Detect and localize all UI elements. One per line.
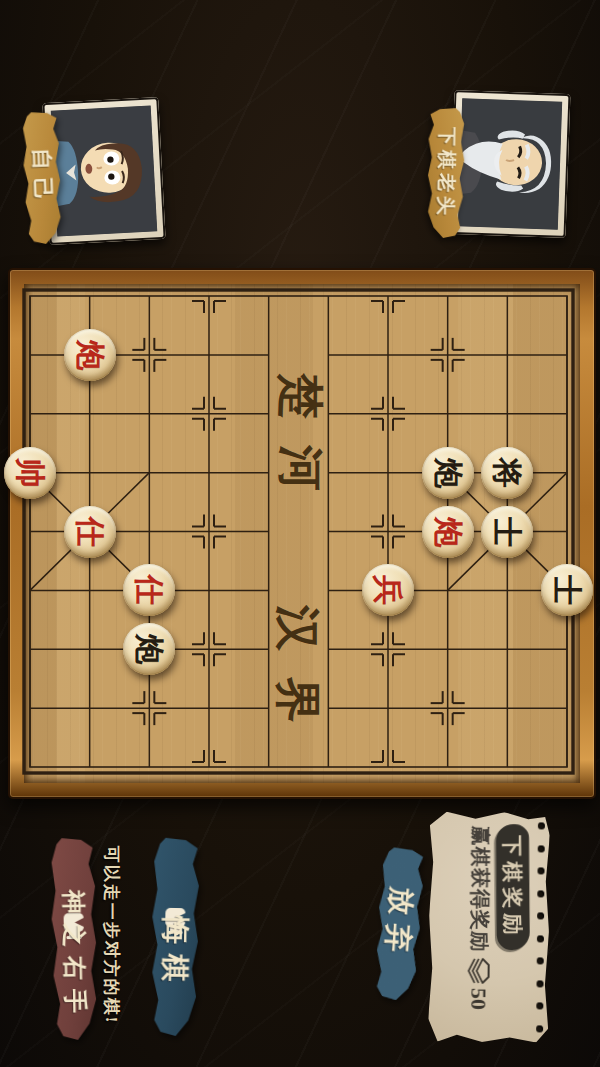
black-piece-将[interactable]: 将 bbox=[481, 447, 533, 499]
reward-note: 下棋奖励 赢棋获得奖励 50 bbox=[428, 811, 550, 1042]
torn-hole-dot bbox=[538, 822, 545, 829]
reward-title: 下棋奖励 bbox=[498, 835, 527, 939]
black-piece-士[interactable]: 士 bbox=[541, 564, 593, 616]
red-piece-兵[interactable]: 兵 bbox=[362, 564, 414, 616]
torn-hole-dot bbox=[538, 845, 545, 852]
player-name-self: 自己 bbox=[26, 147, 58, 208]
torn-hole-dot bbox=[537, 890, 544, 897]
red-piece-仕[interactable]: 仕 bbox=[123, 564, 175, 616]
black-piece-炮[interactable]: 炮 bbox=[123, 623, 175, 675]
piece-character: 兵 bbox=[373, 575, 403, 605]
torn-hole-dot bbox=[537, 935, 544, 942]
piece-character: 帅 bbox=[15, 458, 45, 488]
reward-title-brush: 下棋奖励 bbox=[496, 824, 530, 950]
gem-icon bbox=[466, 956, 492, 986]
red-piece-仕[interactable]: 仕 bbox=[64, 506, 116, 558]
piece-character: 士 bbox=[552, 575, 582, 605]
player-name-banner-self: 自己 bbox=[22, 111, 63, 244]
resign-label: 放弃 bbox=[377, 886, 420, 962]
piece-character: 仕 bbox=[75, 517, 105, 547]
god-hand-button[interactable]: 神之右手 bbox=[50, 838, 98, 1041]
player-name-banner-opponent: 下棋老头 bbox=[427, 108, 465, 239]
god-hand-label: 神之右手 bbox=[57, 890, 91, 1023]
avatar-self bbox=[51, 105, 157, 236]
reward-subtitle: 赢棋获得奖励 bbox=[466, 826, 494, 952]
red-piece-炮[interactable]: 炮 bbox=[422, 506, 474, 558]
piece-character: 炮 bbox=[134, 634, 164, 664]
red-piece-炮[interactable]: 炮 bbox=[64, 329, 116, 381]
player-name-opponent: 下棋老头 bbox=[432, 127, 460, 219]
torn-hole-dot bbox=[537, 958, 544, 965]
piece-character: 炮 bbox=[433, 517, 463, 547]
piece-character: 将 bbox=[492, 458, 522, 488]
black-piece-炮[interactable]: 炮 bbox=[422, 447, 474, 499]
game-screen: 自己 bbox=[0, 0, 600, 1067]
hint-text: 可以走一步对方的棋! bbox=[100, 846, 123, 1025]
avatar-opponent bbox=[458, 98, 562, 229]
torn-hole-dot bbox=[536, 1025, 543, 1032]
black-piece-士[interactable]: 士 bbox=[481, 506, 533, 558]
undo-button[interactable]: 悔棋 bbox=[150, 838, 199, 1037]
undo-label: 悔棋 bbox=[155, 916, 194, 993]
reward-amount: 50 bbox=[466, 988, 492, 1010]
resign-button[interactable]: 放弃 bbox=[373, 847, 426, 1002]
torn-hole-dot bbox=[536, 1003, 543, 1010]
torn-hole-dot bbox=[536, 980, 543, 987]
torn-holes bbox=[536, 822, 545, 1032]
torn-hole-dot bbox=[537, 913, 544, 920]
piece-character: 士 bbox=[492, 517, 522, 547]
torn-hole-dot bbox=[537, 868, 544, 875]
piece-character: 仕 bbox=[134, 575, 164, 605]
piece-character: 炮 bbox=[433, 458, 463, 488]
player-card-opponent bbox=[450, 90, 571, 238]
piece-character: 炮 bbox=[75, 340, 105, 370]
red-piece-帅[interactable]: 帅 bbox=[4, 447, 56, 499]
